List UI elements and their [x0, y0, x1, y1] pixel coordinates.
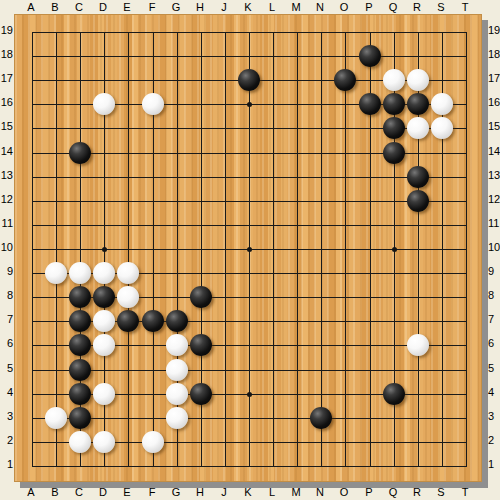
col-label-bottom-S: S [433, 486, 449, 499]
col-label-top-M: M [288, 1, 304, 14]
white-stone-B9 [45, 262, 67, 284]
row-label-left-10: 10 [0, 241, 13, 254]
row-label-left-9: 9 [0, 265, 13, 278]
black-stone-K17 [238, 69, 260, 91]
star-point-Q10 [392, 247, 397, 252]
col-label-top-P: P [361, 1, 377, 14]
col-label-bottom-C: C [71, 486, 87, 499]
grid-line-horizontal [32, 370, 467, 371]
white-stone-S16 [431, 93, 453, 115]
col-label-top-Q: Q [385, 1, 401, 14]
white-stone-D4 [93, 383, 115, 405]
black-stone-Q4 [383, 383, 405, 405]
col-label-top-E: E [119, 1, 135, 14]
col-label-top-R: R [409, 1, 425, 14]
star-point-K4 [247, 392, 252, 397]
black-stone-H4 [190, 383, 212, 405]
black-stone-N3 [310, 407, 332, 429]
col-label-top-A: A [23, 1, 39, 14]
col-label-bottom-A: A [23, 486, 39, 499]
row-label-right-12: 12 [488, 193, 500, 206]
row-label-left-18: 18 [0, 48, 13, 61]
black-stone-R12 [407, 190, 429, 212]
star-point-D10 [102, 247, 107, 252]
col-label-bottom-F: F [144, 486, 160, 499]
row-label-right-7: 7 [488, 313, 500, 326]
grid-line-horizontal [32, 418, 467, 419]
row-label-right-14: 14 [488, 145, 500, 158]
row-label-left-2: 2 [0, 434, 13, 447]
white-stone-G6 [166, 334, 188, 356]
white-stone-F16 [142, 93, 164, 115]
white-stone-D9 [93, 262, 115, 284]
col-label-top-D: D [95, 1, 111, 14]
col-label-bottom-L: L [264, 486, 280, 499]
row-label-left-11: 11 [0, 217, 13, 230]
row-label-right-19: 19 [488, 24, 500, 37]
row-label-left-3: 3 [0, 410, 13, 423]
star-point-K16 [247, 102, 252, 107]
row-label-right-15: 15 [488, 120, 500, 133]
col-label-top-N: N [312, 1, 328, 14]
grid-line-vertical [321, 32, 322, 467]
col-label-top-H: H [192, 1, 208, 14]
row-label-right-3: 3 [488, 410, 500, 423]
grid-line-vertical [297, 32, 298, 467]
col-label-bottom-H: H [192, 486, 208, 499]
col-label-top-K: K [240, 1, 256, 14]
star-point-K10 [247, 247, 252, 252]
white-stone-E9 [117, 262, 139, 284]
white-stone-D6 [93, 334, 115, 356]
row-label-right-10: 10 [488, 241, 500, 254]
col-label-top-F: F [144, 1, 160, 14]
col-label-top-T: T [457, 1, 473, 14]
row-label-left-13: 13 [0, 169, 13, 182]
row-label-left-6: 6 [0, 337, 13, 350]
black-stone-R16 [407, 93, 429, 115]
row-label-left-19: 19 [0, 24, 13, 37]
black-stone-Q16 [383, 93, 405, 115]
white-stone-E8 [117, 286, 139, 308]
col-label-bottom-B: B [47, 486, 63, 499]
black-stone-O17 [334, 69, 356, 91]
white-stone-F2 [142, 431, 164, 453]
goban[interactable] [14, 14, 482, 482]
go-client-screenshot: ABCDEFGHJKLMNOPQRST ABCDEFGHJKLMNOPQRST … [0, 0, 500, 500]
white-stone-D16 [93, 93, 115, 115]
row-label-left-12: 12 [0, 193, 13, 206]
white-stone-G3 [166, 407, 188, 429]
black-stone-C3 [69, 407, 91, 429]
row-label-right-16: 16 [488, 96, 500, 109]
row-label-left-14: 14 [0, 145, 13, 158]
black-stone-C8 [69, 286, 91, 308]
row-label-right-1: 1 [488, 458, 500, 471]
col-label-top-O: O [336, 1, 352, 14]
col-label-top-C: C [71, 1, 87, 14]
grid-line-vertical [345, 32, 346, 467]
col-label-bottom-K: K [240, 486, 256, 499]
grid-line-vertical [273, 32, 274, 467]
row-label-right-18: 18 [488, 48, 500, 61]
black-stone-Q15 [383, 117, 405, 139]
col-label-bottom-G: G [168, 486, 184, 499]
black-stone-C6 [69, 334, 91, 356]
row-label-right-17: 17 [488, 72, 500, 85]
col-label-bottom-R: R [409, 486, 425, 499]
row-label-right-4: 4 [488, 386, 500, 399]
row-label-right-11: 11 [488, 217, 500, 230]
col-label-top-J: J [216, 1, 232, 14]
row-label-right-6: 6 [488, 337, 500, 350]
white-stone-D2 [93, 431, 115, 453]
white-stone-G4 [166, 383, 188, 405]
black-stone-C5 [69, 359, 91, 381]
col-label-top-L: L [264, 1, 280, 14]
black-stone-F7 [142, 310, 164, 332]
col-label-top-B: B [47, 1, 63, 14]
col-label-bottom-D: D [95, 486, 111, 499]
col-label-top-S: S [433, 1, 449, 14]
col-label-bottom-E: E [119, 486, 135, 499]
white-stone-C2 [69, 431, 91, 453]
col-label-bottom-O: O [336, 486, 352, 499]
col-label-bottom-N: N [312, 486, 328, 499]
goban-grid[interactable] [32, 32, 467, 467]
black-stone-P16 [359, 93, 381, 115]
row-label-left-5: 5 [0, 362, 13, 375]
row-label-right-5: 5 [488, 362, 500, 375]
row-label-left-4: 4 [0, 386, 13, 399]
col-label-bottom-T: T [457, 486, 473, 499]
row-label-left-8: 8 [0, 289, 13, 302]
col-label-bottom-J: J [216, 486, 232, 499]
row-label-left-1: 1 [0, 458, 13, 471]
white-stone-B3 [45, 407, 67, 429]
col-label-bottom-P: P [361, 486, 377, 499]
row-label-left-15: 15 [0, 120, 13, 133]
black-stone-R13 [407, 166, 429, 188]
black-stone-C7 [69, 310, 91, 332]
white-stone-C9 [69, 262, 91, 284]
black-stone-P18 [359, 45, 381, 67]
row-label-right-2: 2 [488, 434, 500, 447]
black-stone-H6 [190, 334, 212, 356]
black-stone-H8 [190, 286, 212, 308]
white-stone-G5 [166, 359, 188, 381]
row-label-right-13: 13 [488, 169, 500, 182]
white-stone-D7 [93, 310, 115, 332]
grid-line-vertical [466, 32, 467, 467]
col-label-bottom-Q: Q [385, 486, 401, 499]
black-stone-G7 [166, 310, 188, 332]
col-label-top-G: G [168, 1, 184, 14]
white-stone-R17 [407, 69, 429, 91]
white-stone-S15 [431, 117, 453, 139]
row-label-left-17: 17 [0, 72, 13, 85]
grid-line-horizontal [32, 466, 467, 467]
black-stone-C14 [69, 142, 91, 164]
black-stone-E7 [117, 310, 139, 332]
white-stone-R6 [407, 334, 429, 356]
col-label-bottom-M: M [288, 486, 304, 499]
white-stone-R15 [407, 117, 429, 139]
row-label-right-8: 8 [488, 289, 500, 302]
black-stone-D8 [93, 286, 115, 308]
black-stone-Q14 [383, 142, 405, 164]
white-stone-Q17 [383, 69, 405, 91]
black-stone-C4 [69, 383, 91, 405]
row-label-left-16: 16 [0, 96, 13, 109]
row-label-right-9: 9 [488, 265, 500, 278]
row-label-left-7: 7 [0, 313, 13, 326]
